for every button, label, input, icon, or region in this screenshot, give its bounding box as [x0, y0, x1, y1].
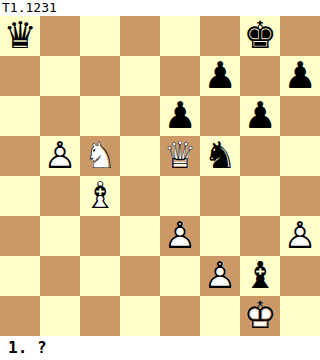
piece-white-pawn: ♙	[280, 216, 320, 256]
square-f6[interactable]	[200, 96, 240, 136]
piece-white-knight: ♘	[80, 136, 120, 176]
square-f5[interactable]: ♞	[200, 136, 240, 176]
square-a2[interactable]	[0, 256, 40, 296]
piece-black-pawn: ♟	[200, 56, 240, 96]
square-d8[interactable]	[120, 16, 160, 56]
square-g6[interactable]: ♟	[240, 96, 280, 136]
piece-white-king: ♔	[240, 296, 280, 336]
square-e2[interactable]	[160, 256, 200, 296]
piece-white-bishop: ♗	[80, 176, 120, 216]
square-c5[interactable]: ♞♘	[80, 136, 120, 176]
square-g2[interactable]: ♝	[240, 256, 280, 296]
square-h3[interactable]: ♟♙	[280, 216, 320, 256]
square-a7[interactable]	[0, 56, 40, 96]
square-e1[interactable]	[160, 296, 200, 336]
piece-black-pawn: ♟	[240, 96, 280, 136]
square-h8[interactable]	[280, 16, 320, 56]
square-a1[interactable]	[0, 296, 40, 336]
square-a6[interactable]	[0, 96, 40, 136]
square-c4[interactable]: ♝♗	[80, 176, 120, 216]
move-prompt: 1. ?	[0, 336, 320, 360]
square-f3[interactable]	[200, 216, 240, 256]
square-g5[interactable]	[240, 136, 280, 176]
piece-white-pawn: ♙	[160, 216, 200, 256]
square-f7[interactable]: ♟	[200, 56, 240, 96]
square-b3[interactable]	[40, 216, 80, 256]
square-c2[interactable]	[80, 256, 120, 296]
square-a4[interactable]	[0, 176, 40, 216]
piece-black-king: ♚	[240, 16, 280, 56]
square-g8[interactable]: ♚	[240, 16, 280, 56]
square-b8[interactable]	[40, 16, 80, 56]
piece-black-pawn: ♟	[160, 96, 200, 136]
square-d1[interactable]	[120, 296, 160, 336]
square-b7[interactable]	[40, 56, 80, 96]
square-a8[interactable]: ♛	[0, 16, 40, 56]
square-c6[interactable]	[80, 96, 120, 136]
square-f2[interactable]: ♟♙	[200, 256, 240, 296]
square-h5[interactable]	[280, 136, 320, 176]
square-e4[interactable]	[160, 176, 200, 216]
chess-board: ♛♚♟♟♟♟♟♙♞♘♛♕♞♝♗♟♙♟♙♟♙♝♚♔	[0, 16, 320, 336]
square-b6[interactable]	[40, 96, 80, 136]
square-d3[interactable]	[120, 216, 160, 256]
square-e3[interactable]: ♟♙	[160, 216, 200, 256]
square-d5[interactable]	[120, 136, 160, 176]
square-h7[interactable]: ♟	[280, 56, 320, 96]
piece-white-pawn: ♙	[40, 136, 80, 176]
piece-white-queen: ♕	[160, 136, 200, 176]
square-f4[interactable]	[200, 176, 240, 216]
square-d2[interactable]	[120, 256, 160, 296]
square-b4[interactable]	[40, 176, 80, 216]
square-c1[interactable]	[80, 296, 120, 336]
square-b1[interactable]	[40, 296, 80, 336]
piece-white-pawn: ♙	[200, 256, 240, 296]
square-d7[interactable]	[120, 56, 160, 96]
square-e6[interactable]: ♟	[160, 96, 200, 136]
square-h6[interactable]	[280, 96, 320, 136]
square-d4[interactable]	[120, 176, 160, 216]
square-e5[interactable]: ♛♕	[160, 136, 200, 176]
square-h2[interactable]	[280, 256, 320, 296]
square-e8[interactable]	[160, 16, 200, 56]
square-g3[interactable]	[240, 216, 280, 256]
square-b2[interactable]	[40, 256, 80, 296]
square-f1[interactable]	[200, 296, 240, 336]
square-a3[interactable]	[0, 216, 40, 256]
square-e7[interactable]	[160, 56, 200, 96]
square-c8[interactable]	[80, 16, 120, 56]
square-g4[interactable]	[240, 176, 280, 216]
piece-black-knight: ♞	[200, 136, 240, 176]
square-d6[interactable]	[120, 96, 160, 136]
square-h1[interactable]	[280, 296, 320, 336]
square-c7[interactable]	[80, 56, 120, 96]
piece-black-queen: ♛	[0, 16, 40, 56]
square-a5[interactable]	[0, 136, 40, 176]
square-g1[interactable]: ♚♔	[240, 296, 280, 336]
square-b5[interactable]: ♟♙	[40, 136, 80, 176]
square-g7[interactable]	[240, 56, 280, 96]
piece-black-bishop: ♝	[240, 256, 280, 296]
piece-black-pawn: ♟	[280, 56, 320, 96]
square-f8[interactable]	[200, 16, 240, 56]
square-c3[interactable]	[80, 216, 120, 256]
square-h4[interactable]	[280, 176, 320, 216]
